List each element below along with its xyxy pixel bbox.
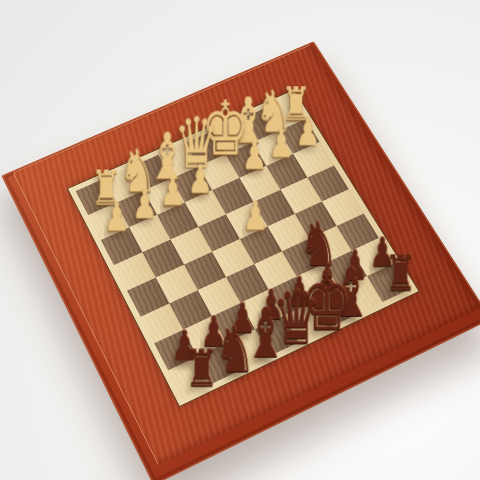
white-pawn[interactable]: ♟ bbox=[104, 200, 126, 233]
white-pawn[interactable]: ♟ bbox=[242, 199, 264, 232]
white-pawn[interactable]: ♟ bbox=[295, 115, 317, 147]
white-pawn[interactable]: ♟ bbox=[187, 163, 209, 196]
photo-background: ♜♞♝♛♚♝♞♜♟♟♟♟♟♟♟♟♞♟♟♟♟♟♟♟♟♜♞♝♛♚♝♜ bbox=[0, 0, 480, 480]
case-frame: ♜♞♝♛♚♝♞♜♟♟♟♟♟♟♟♟♞♟♟♟♟♟♟♟♟♜♞♝♛♚♝♜ bbox=[13, 45, 479, 466]
white-pawn[interactable]: ♟ bbox=[269, 127, 291, 159]
chess-board: ♜♞♝♛♚♝♞♜♟♟♟♟♟♟♟♟♞♟♟♟♟♟♟♟♟♜♞♝♛♚♝♜ bbox=[76, 96, 411, 397]
black-rook[interactable]: ♜ bbox=[385, 254, 408, 295]
photo-scene: ♜♞♝♛♚♝♞♜♟♟♟♟♟♟♟♟♞♟♟♟♟♟♟♟♟♜♞♝♛♚♝♜ bbox=[38, 37, 441, 440]
wooden-chess-case: ♜♞♝♛♚♝♞♜♟♟♟♟♟♟♟♟♞♟♟♟♟♟♟♟♟♜♞♝♛♚♝♜ bbox=[13, 45, 479, 466]
board-margin: ♜♞♝♛♚♝♞♜♟♟♟♟♟♟♟♟♞♟♟♟♟♟♟♟♟♜♞♝♛♚♝♜ bbox=[68, 90, 418, 406]
white-pawn[interactable]: ♟ bbox=[132, 188, 154, 221]
black-rook[interactable]: ♜ bbox=[185, 348, 209, 390]
white-pawn[interactable]: ♟ bbox=[160, 175, 182, 208]
white-pawn[interactable]: ♟ bbox=[242, 139, 264, 171]
